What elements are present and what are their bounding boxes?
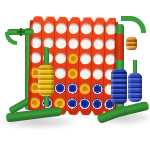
blue-disc bbox=[67, 98, 78, 109]
cell-r5c3 bbox=[54, 81, 67, 96]
cell-r2c6 bbox=[92, 36, 105, 51]
empty-hole bbox=[55, 68, 66, 79]
empty-hole bbox=[43, 23, 54, 34]
yellow-disc bbox=[80, 83, 91, 94]
cell-r4c5 bbox=[79, 66, 92, 81]
empty-hole bbox=[80, 68, 91, 79]
empty-hole bbox=[93, 39, 104, 50]
cell-r1c3 bbox=[55, 21, 68, 36]
cell-r1c4 bbox=[67, 21, 80, 36]
cell-r6c6 bbox=[91, 96, 104, 111]
empty-hole bbox=[56, 23, 67, 34]
frame-right-red-cap bbox=[115, 34, 124, 60]
cell-r6c5 bbox=[78, 96, 91, 111]
blue-disc bbox=[92, 99, 103, 110]
cell-r2c4 bbox=[67, 36, 80, 51]
empty-hole bbox=[68, 38, 79, 49]
empty-hole bbox=[93, 69, 104, 80]
empty-hole bbox=[81, 38, 92, 49]
cell-r3c5 bbox=[79, 51, 92, 66]
empty-hole bbox=[56, 38, 67, 49]
cell-r1c2 bbox=[42, 20, 55, 35]
yellow-disc bbox=[67, 68, 78, 79]
cell-r3c4 bbox=[67, 51, 80, 66]
cell-r6c4 bbox=[66, 96, 79, 111]
cell-r2c3 bbox=[54, 36, 67, 51]
blue-ring-stack-rear bbox=[111, 69, 127, 104]
orange-ring-stack bbox=[126, 37, 137, 50]
cell-r5c4 bbox=[66, 81, 79, 96]
blue-ring-stack-front bbox=[128, 73, 142, 102]
blue-disc bbox=[79, 98, 90, 109]
frame-right-hook-icon bbox=[121, 16, 146, 33]
product-photo bbox=[0, 0, 150, 150]
cell-r4c6 bbox=[92, 66, 105, 81]
empty-hole bbox=[93, 54, 104, 65]
empty-hole bbox=[68, 23, 79, 34]
blue-disc bbox=[67, 83, 78, 94]
empty-hole bbox=[94, 24, 105, 35]
yellow-ring-stack bbox=[38, 65, 54, 96]
yellow-disc bbox=[68, 53, 79, 64]
blue-disc bbox=[55, 83, 66, 94]
cell-r2c5 bbox=[80, 36, 93, 51]
frame-bar-bolt bbox=[17, 31, 25, 33]
cell-r1c6 bbox=[92, 21, 105, 36]
empty-hole bbox=[81, 23, 92, 34]
cell-r5c5 bbox=[79, 81, 92, 96]
blue-disc bbox=[92, 84, 103, 95]
frame-left-hook-icon bbox=[5, 32, 17, 45]
cell-r3c6 bbox=[92, 51, 105, 66]
cell-r1c5 bbox=[80, 21, 93, 36]
empty-hole bbox=[55, 53, 66, 64]
cell-r5c6 bbox=[91, 81, 104, 96]
cell-r3c3 bbox=[54, 51, 67, 66]
empty-hole bbox=[80, 53, 91, 64]
cell-r4c4 bbox=[66, 66, 79, 81]
cell-r4c3 bbox=[54, 66, 67, 81]
